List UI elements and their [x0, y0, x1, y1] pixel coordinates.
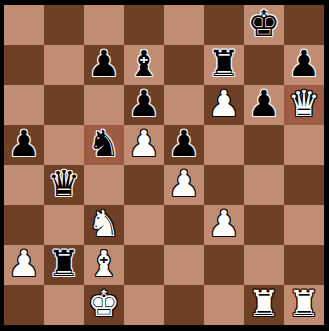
- square-g1[interactable]: ♜: [244, 285, 284, 325]
- black-rook-icon[interactable]: ♜: [208, 45, 240, 84]
- square-h5[interactable]: [284, 125, 324, 165]
- square-a1[interactable]: [4, 285, 44, 325]
- white-queen-icon[interactable]: ♛: [288, 85, 320, 124]
- square-a7[interactable]: [4, 45, 44, 85]
- square-c5[interactable]: ♞: [84, 125, 124, 165]
- square-g8[interactable]: ♚: [244, 5, 284, 45]
- square-f3[interactable]: ♟: [204, 205, 244, 245]
- square-d6[interactable]: ♟: [124, 85, 164, 125]
- square-a2[interactable]: ♟: [4, 245, 44, 285]
- chess-board: ♚♟♝♜♟♟♟♟♛♟♞♟♟♛♟♞♟♟♜♝♚♜♜: [4, 5, 324, 325]
- white-pawn-icon[interactable]: ♟: [128, 125, 160, 164]
- black-pawn-icon[interactable]: ♟: [88, 45, 120, 84]
- white-pawn-icon[interactable]: ♟: [208, 85, 240, 124]
- square-h2[interactable]: [284, 245, 324, 285]
- square-h1[interactable]: ♜: [284, 285, 324, 325]
- square-d1[interactable]: [124, 285, 164, 325]
- square-f4[interactable]: [204, 165, 244, 205]
- white-pawn-icon[interactable]: ♟: [208, 205, 240, 244]
- black-pawn-icon[interactable]: ♟: [128, 85, 160, 124]
- square-d8[interactable]: [124, 5, 164, 45]
- black-knight-icon[interactable]: ♞: [88, 125, 120, 164]
- square-e5[interactable]: ♟: [164, 125, 204, 165]
- black-pawn-icon[interactable]: ♟: [288, 45, 320, 84]
- white-pawn-icon[interactable]: ♟: [168, 165, 200, 204]
- black-pawn-icon[interactable]: ♟: [8, 125, 40, 164]
- white-rook-icon[interactable]: ♜: [248, 285, 280, 324]
- square-b8[interactable]: [44, 5, 84, 45]
- square-b7[interactable]: [44, 45, 84, 85]
- square-a6[interactable]: [4, 85, 44, 125]
- square-f7[interactable]: ♜: [204, 45, 244, 85]
- square-c8[interactable]: [84, 5, 124, 45]
- square-g5[interactable]: [244, 125, 284, 165]
- square-e1[interactable]: [164, 285, 204, 325]
- square-f1[interactable]: [204, 285, 244, 325]
- square-b1[interactable]: [44, 285, 84, 325]
- square-e6[interactable]: [164, 85, 204, 125]
- square-h7[interactable]: ♟: [284, 45, 324, 85]
- white-knight-icon[interactable]: ♞: [88, 205, 120, 244]
- square-g6[interactable]: ♟: [244, 85, 284, 125]
- square-h4[interactable]: [284, 165, 324, 205]
- square-d5[interactable]: ♟: [124, 125, 164, 165]
- black-king-icon[interactable]: ♚: [248, 5, 280, 44]
- square-g2[interactable]: [244, 245, 284, 285]
- black-pawn-icon[interactable]: ♟: [248, 85, 280, 124]
- square-d4[interactable]: [124, 165, 164, 205]
- square-a8[interactable]: [4, 5, 44, 45]
- square-g7[interactable]: [244, 45, 284, 85]
- square-h8[interactable]: [284, 5, 324, 45]
- square-e2[interactable]: [164, 245, 204, 285]
- square-a3[interactable]: [4, 205, 44, 245]
- square-d3[interactable]: [124, 205, 164, 245]
- black-queen-icon[interactable]: ♛: [48, 165, 80, 204]
- square-c2[interactable]: ♝: [84, 245, 124, 285]
- square-f8[interactable]: [204, 5, 244, 45]
- square-g3[interactable]: [244, 205, 284, 245]
- square-f5[interactable]: [204, 125, 244, 165]
- square-a5[interactable]: ♟: [4, 125, 44, 165]
- square-f2[interactable]: [204, 245, 244, 285]
- square-e3[interactable]: [164, 205, 204, 245]
- black-pawn-icon[interactable]: ♟: [168, 125, 200, 164]
- white-bishop-icon[interactable]: ♝: [88, 245, 120, 284]
- square-b6[interactable]: [44, 85, 84, 125]
- square-f6[interactable]: ♟: [204, 85, 244, 125]
- square-b5[interactable]: [44, 125, 84, 165]
- black-rook-icon[interactable]: ♜: [48, 245, 80, 284]
- square-a4[interactable]: [4, 165, 44, 205]
- square-c7[interactable]: ♟: [84, 45, 124, 85]
- black-bishop-icon[interactable]: ♝: [128, 45, 160, 84]
- square-d7[interactable]: ♝: [124, 45, 164, 85]
- square-g4[interactable]: [244, 165, 284, 205]
- square-b3[interactable]: [44, 205, 84, 245]
- square-e4[interactable]: ♟: [164, 165, 204, 205]
- white-rook-icon[interactable]: ♜: [288, 285, 320, 324]
- square-c6[interactable]: [84, 85, 124, 125]
- white-king-icon[interactable]: ♚: [88, 285, 120, 324]
- square-b2[interactable]: ♜: [44, 245, 84, 285]
- square-e8[interactable]: [164, 5, 204, 45]
- square-c1[interactable]: ♚: [84, 285, 124, 325]
- square-c3[interactable]: ♞: [84, 205, 124, 245]
- board-frame: ♚♟♝♜♟♟♟♟♛♟♞♟♟♛♟♞♟♟♜♝♚♜♜: [0, 0, 329, 331]
- white-pawn-icon[interactable]: ♟: [8, 245, 40, 284]
- square-d2[interactable]: [124, 245, 164, 285]
- square-h3[interactable]: [284, 205, 324, 245]
- square-b4[interactable]: ♛: [44, 165, 84, 205]
- square-e7[interactable]: [164, 45, 204, 85]
- square-c4[interactable]: [84, 165, 124, 205]
- square-h6[interactable]: ♛: [284, 85, 324, 125]
